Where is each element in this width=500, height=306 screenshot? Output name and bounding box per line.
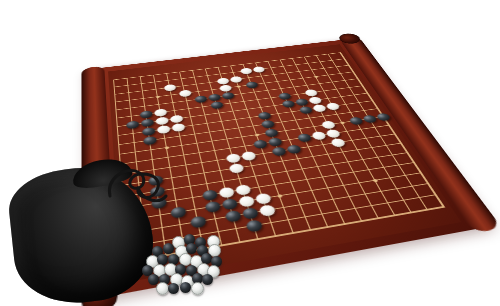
black-stone bbox=[201, 189, 218, 201]
black-stone bbox=[204, 200, 221, 213]
star-point bbox=[339, 121, 344, 124]
loose-black-stone bbox=[180, 282, 191, 293]
black-stone bbox=[296, 133, 312, 143]
white-stone bbox=[163, 84, 176, 92]
product-photo bbox=[0, 0, 500, 306]
black-stone bbox=[189, 215, 207, 228]
black-stone bbox=[221, 198, 238, 211]
black-stone bbox=[347, 116, 363, 125]
star-point bbox=[276, 194, 282, 198]
white-stone bbox=[178, 89, 191, 97]
black-stone bbox=[256, 111, 271, 120]
black-stone bbox=[270, 146, 286, 156]
black-stone bbox=[209, 101, 223, 109]
black-stone bbox=[241, 207, 259, 220]
white-stone bbox=[311, 104, 326, 113]
black-stone bbox=[260, 119, 275, 128]
black-stone bbox=[224, 209, 242, 222]
white-stone bbox=[252, 66, 265, 73]
black-stone bbox=[207, 93, 221, 101]
white-stone bbox=[254, 192, 272, 204]
black-stone bbox=[142, 136, 156, 146]
star-point bbox=[164, 146, 169, 149]
white-stone bbox=[218, 186, 235, 198]
scroll-end-cap-far bbox=[336, 33, 363, 45]
white-stone bbox=[310, 131, 326, 141]
white-stone bbox=[237, 195, 255, 207]
white-stone bbox=[325, 102, 341, 110]
loose-white-stone bbox=[191, 282, 204, 295]
star-point bbox=[372, 179, 378, 183]
black-stone bbox=[125, 120, 139, 129]
star-point bbox=[313, 75, 317, 77]
white-stone bbox=[324, 129, 341, 139]
black-stone bbox=[244, 219, 263, 233]
black-stone bbox=[194, 95, 208, 103]
drawstring-cord-icon bbox=[104, 158, 184, 218]
black-stone bbox=[263, 128, 279, 138]
loose-stone-pile bbox=[138, 230, 228, 296]
white-stone bbox=[153, 108, 167, 117]
black-stone bbox=[277, 92, 292, 100]
white-stone bbox=[216, 77, 229, 85]
black-stone bbox=[245, 81, 259, 89]
white-stone bbox=[228, 163, 244, 174]
white-stone bbox=[239, 67, 252, 74]
black-stone bbox=[139, 110, 153, 119]
black-stone bbox=[285, 144, 302, 154]
black-stone bbox=[140, 118, 154, 127]
star-point bbox=[155, 95, 159, 97]
white-stone bbox=[229, 76, 242, 83]
white-stone bbox=[258, 204, 276, 217]
white-stone bbox=[240, 151, 256, 161]
white-stone bbox=[156, 125, 170, 134]
loose-black-stone bbox=[168, 283, 179, 294]
white-stone bbox=[218, 84, 232, 92]
white-stone bbox=[303, 89, 318, 97]
black-stone bbox=[252, 139, 268, 149]
loose-black-stone bbox=[186, 243, 197, 254]
white-stone bbox=[171, 123, 185, 132]
white-stone bbox=[155, 116, 169, 125]
white-stone bbox=[225, 153, 241, 164]
star-point bbox=[254, 133, 259, 136]
white-stone bbox=[169, 114, 183, 123]
black-stone bbox=[298, 106, 313, 115]
black-stone bbox=[294, 98, 309, 106]
white-stone bbox=[234, 184, 251, 196]
star-point bbox=[236, 85, 240, 87]
loose-black-stone bbox=[163, 243, 174, 254]
white-stone bbox=[307, 96, 322, 104]
white-stone bbox=[329, 138, 346, 148]
black-stone bbox=[267, 137, 283, 147]
black-stone bbox=[375, 112, 392, 121]
black-stone bbox=[281, 100, 296, 108]
black-stone bbox=[141, 127, 155, 136]
loose-black-stone bbox=[202, 274, 213, 285]
white-stone bbox=[320, 120, 336, 129]
black-stone bbox=[221, 92, 235, 100]
